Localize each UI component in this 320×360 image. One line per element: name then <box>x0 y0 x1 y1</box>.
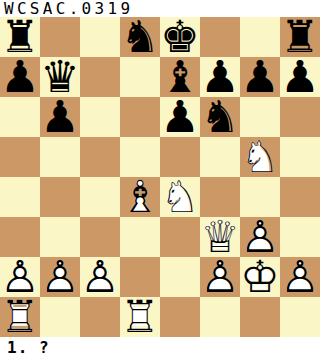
square-g2[interactable]: ♚♔ <box>240 257 280 297</box>
white-king-piece: ♚♔ <box>240 257 280 297</box>
white-pawn-piece: ♟♙ <box>280 257 320 297</box>
square-h6[interactable] <box>280 97 320 137</box>
square-h4[interactable] <box>280 177 320 217</box>
square-f1[interactable] <box>200 297 240 337</box>
square-c6[interactable] <box>80 97 120 137</box>
square-d4[interactable]: ♝♗ <box>120 177 160 217</box>
piece-black-outline: ♙ <box>280 257 320 297</box>
white-knight-piece: ♞♘ <box>240 137 280 177</box>
square-c7[interactable] <box>80 57 120 97</box>
chess-board: ♜♞♚♜♟♛♝♟♟♟♟♟♞♞♘♝♗♞♘♛♕♟♙♟♙♟♙♟♙♟♙♚♔♟♙♜♖♜♖ <box>0 17 320 337</box>
square-e4[interactable]: ♞♘ <box>160 177 200 217</box>
square-a1[interactable]: ♜♖ <box>0 297 40 337</box>
square-f2[interactable]: ♟♙ <box>200 257 240 297</box>
square-e3[interactable] <box>160 217 200 257</box>
move-prompt: 1. ? <box>7 338 50 360</box>
white-rook-piece: ♜♖ <box>120 297 160 337</box>
black-pawn-piece: ♟ <box>240 57 280 97</box>
square-a6[interactable] <box>0 97 40 137</box>
square-d1[interactable]: ♜♖ <box>120 297 160 337</box>
square-h2[interactable]: ♟♙ <box>280 257 320 297</box>
square-b6[interactable]: ♟ <box>40 97 80 137</box>
square-h1[interactable] <box>280 297 320 337</box>
square-c2[interactable]: ♟♙ <box>80 257 120 297</box>
square-a5[interactable] <box>0 137 40 177</box>
square-a4[interactable] <box>0 177 40 217</box>
square-h7[interactable]: ♟ <box>280 57 320 97</box>
chess-puzzle-screen: WCSAC.0319 ♜♞♚♜♟♛♝♟♟♟♟♟♞♞♘♝♗♞♘♛♕♟♙♟♙♟♙♟♙… <box>0 0 320 360</box>
piece-black-outline: ♔ <box>240 257 280 297</box>
square-g7[interactable]: ♟ <box>240 57 280 97</box>
black-pawn-piece: ♟ <box>280 57 320 97</box>
piece-black-outline: ♘ <box>160 177 200 217</box>
square-b1[interactable] <box>40 297 80 337</box>
black-knight-piece: ♞ <box>200 97 240 137</box>
black-pawn-piece: ♟ <box>40 97 80 137</box>
piece-black-outline: ♗ <box>120 177 160 217</box>
square-d8[interactable]: ♞ <box>120 17 160 57</box>
white-rook-piece: ♜♖ <box>0 297 40 337</box>
square-b2[interactable]: ♟♙ <box>40 257 80 297</box>
square-b5[interactable] <box>40 137 80 177</box>
square-g1[interactable] <box>240 297 280 337</box>
piece-black-outline: ♙ <box>80 257 120 297</box>
square-e6[interactable]: ♟ <box>160 97 200 137</box>
piece-black-outline: ♙ <box>40 257 80 297</box>
black-pawn-piece: ♟ <box>0 57 40 97</box>
square-h5[interactable] <box>280 137 320 177</box>
piece-black-outline: ♖ <box>120 297 160 337</box>
square-f6[interactable]: ♞ <box>200 97 240 137</box>
black-pawn-piece: ♟ <box>160 97 200 137</box>
square-a7[interactable]: ♟ <box>0 57 40 97</box>
square-d3[interactable] <box>120 217 160 257</box>
white-pawn-piece: ♟♙ <box>80 257 120 297</box>
white-pawn-piece: ♟♙ <box>200 257 240 297</box>
square-d7[interactable] <box>120 57 160 97</box>
piece-black-outline: ♘ <box>240 137 280 177</box>
square-f5[interactable] <box>200 137 240 177</box>
square-g5[interactable]: ♞♘ <box>240 137 280 177</box>
white-pawn-piece: ♟♙ <box>40 257 80 297</box>
square-e2[interactable] <box>160 257 200 297</box>
white-knight-piece: ♞♘ <box>160 177 200 217</box>
square-c1[interactable] <box>80 297 120 337</box>
white-bishop-piece: ♝♗ <box>120 177 160 217</box>
square-b4[interactable] <box>40 177 80 217</box>
square-c8[interactable] <box>80 17 120 57</box>
square-c5[interactable] <box>80 137 120 177</box>
square-e1[interactable] <box>160 297 200 337</box>
piece-black-outline: ♙ <box>200 257 240 297</box>
square-c4[interactable] <box>80 177 120 217</box>
square-d6[interactable] <box>120 97 160 137</box>
piece-black-outline: ♖ <box>0 297 40 337</box>
black-knight-piece: ♞ <box>120 17 160 57</box>
